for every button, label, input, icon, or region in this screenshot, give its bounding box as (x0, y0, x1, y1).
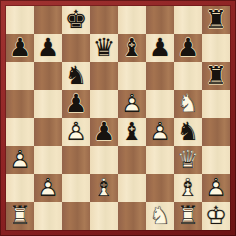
board-frame: ♚♜♟♟♛♝♟♟♞♜♟♟♙♞♘♟♙♟♝♟♙♞♟♙♛♕♟♙♝♗♝♗♟♙♜♖♞♘♜♖… (0, 0, 236, 236)
black-rook-piece: ♜ (202, 62, 230, 90)
black-pawn-piece: ♟ (90, 118, 118, 146)
square-h2[interactable]: ♟♙ (202, 174, 230, 202)
square-e2[interactable] (118, 174, 146, 202)
square-b5[interactable] (34, 90, 62, 118)
white-queen-piece: ♛♕ (174, 146, 202, 174)
black-knight-piece: ♞ (174, 118, 202, 146)
square-g6[interactable] (174, 62, 202, 90)
square-e4[interactable]: ♝ (118, 118, 146, 146)
square-h1[interactable]: ♚♔ (202, 202, 230, 230)
black-queen-piece: ♛ (90, 34, 118, 62)
square-d5[interactable] (90, 90, 118, 118)
black-pawn-piece: ♟ (6, 34, 34, 62)
white-bishop-piece: ♝♗ (90, 174, 118, 202)
square-e5[interactable]: ♟♙ (118, 90, 146, 118)
square-g2[interactable]: ♝♗ (174, 174, 202, 202)
square-c4[interactable]: ♟♙ (62, 118, 90, 146)
square-g5[interactable]: ♞♘ (174, 90, 202, 118)
square-c3[interactable] (62, 146, 90, 174)
square-d2[interactable]: ♝♗ (90, 174, 118, 202)
square-b1[interactable] (34, 202, 62, 230)
square-f1[interactable]: ♞♘ (146, 202, 174, 230)
square-f2[interactable] (146, 174, 174, 202)
square-a1[interactable]: ♜♖ (6, 202, 34, 230)
square-e3[interactable] (118, 146, 146, 174)
white-knight-piece: ♞♘ (146, 202, 174, 230)
black-rook-piece: ♜ (202, 6, 230, 34)
black-pawn-piece: ♟ (34, 34, 62, 62)
white-pawn-piece: ♟♙ (34, 174, 62, 202)
square-a6[interactable] (6, 62, 34, 90)
square-a3[interactable]: ♟♙ (6, 146, 34, 174)
square-h4[interactable] (202, 118, 230, 146)
square-f3[interactable] (146, 146, 174, 174)
square-c5[interactable]: ♟ (62, 90, 90, 118)
square-g8[interactable] (174, 6, 202, 34)
white-rook-piece: ♜♖ (174, 202, 202, 230)
white-pawn-piece: ♟♙ (118, 90, 146, 118)
black-pawn-piece: ♟ (174, 34, 202, 62)
black-pawn-piece: ♟ (62, 90, 90, 118)
square-d4[interactable]: ♟ (90, 118, 118, 146)
square-b3[interactable] (34, 146, 62, 174)
square-g1[interactable]: ♜♖ (174, 202, 202, 230)
square-c6[interactable]: ♞ (62, 62, 90, 90)
square-c8[interactable]: ♚ (62, 6, 90, 34)
white-pawn-piece: ♟♙ (146, 118, 174, 146)
square-a8[interactable] (6, 6, 34, 34)
square-b2[interactable]: ♟♙ (34, 174, 62, 202)
square-e6[interactable] (118, 62, 146, 90)
square-b6[interactable] (34, 62, 62, 90)
square-d1[interactable] (90, 202, 118, 230)
black-bishop-piece: ♝ (118, 34, 146, 62)
square-h5[interactable] (202, 90, 230, 118)
chess-board: ♚♜♟♟♛♝♟♟♞♜♟♟♙♞♘♟♙♟♝♟♙♞♟♙♛♕♟♙♝♗♝♗♟♙♜♖♞♘♜♖… (6, 6, 230, 230)
black-pawn-piece: ♟ (146, 34, 174, 62)
square-f8[interactable] (146, 6, 174, 34)
square-c7[interactable] (62, 34, 90, 62)
square-b8[interactable] (34, 6, 62, 34)
square-a2[interactable] (6, 174, 34, 202)
square-c1[interactable] (62, 202, 90, 230)
black-bishop-piece: ♝ (118, 118, 146, 146)
square-f4[interactable]: ♟♙ (146, 118, 174, 146)
square-h8[interactable]: ♜ (202, 6, 230, 34)
square-h3[interactable] (202, 146, 230, 174)
white-knight-piece: ♞♘ (174, 90, 202, 118)
square-a4[interactable] (6, 118, 34, 146)
square-f6[interactable] (146, 62, 174, 90)
square-e8[interactable] (118, 6, 146, 34)
square-c2[interactable] (62, 174, 90, 202)
square-g7[interactable]: ♟ (174, 34, 202, 62)
square-g3[interactable]: ♛♕ (174, 146, 202, 174)
square-b7[interactable]: ♟ (34, 34, 62, 62)
square-h6[interactable]: ♜ (202, 62, 230, 90)
square-a7[interactable]: ♟ (6, 34, 34, 62)
square-d3[interactable] (90, 146, 118, 174)
square-e7[interactable]: ♝ (118, 34, 146, 62)
square-f5[interactable] (146, 90, 174, 118)
square-e1[interactable] (118, 202, 146, 230)
white-king-piece: ♚♔ (202, 202, 230, 230)
square-a5[interactable] (6, 90, 34, 118)
white-bishop-piece: ♝♗ (174, 174, 202, 202)
black-knight-piece: ♞ (62, 62, 90, 90)
square-d7[interactable]: ♛ (90, 34, 118, 62)
white-rook-piece: ♜♖ (6, 202, 34, 230)
square-b4[interactable] (34, 118, 62, 146)
square-h7[interactable] (202, 34, 230, 62)
white-pawn-piece: ♟♙ (202, 174, 230, 202)
square-f7[interactable]: ♟ (146, 34, 174, 62)
white-pawn-piece: ♟♙ (6, 146, 34, 174)
white-pawn-piece: ♟♙ (62, 118, 90, 146)
black-king-piece: ♚ (62, 6, 90, 34)
square-d8[interactable] (90, 6, 118, 34)
square-d6[interactable] (90, 62, 118, 90)
square-g4[interactable]: ♞ (174, 118, 202, 146)
